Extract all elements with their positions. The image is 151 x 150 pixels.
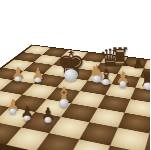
white-pawn-left-edge-chrome-base xyxy=(15,77,22,82)
captured-black-pawn-2-chrome-base xyxy=(45,117,52,123)
white-pawn-right-chrome-base xyxy=(120,81,127,87)
black-rook-edge-chrome-base xyxy=(144,83,151,90)
white-bishop-chrome-base xyxy=(60,99,69,107)
pieces-layer: ♟♟♚♝♞♛♜♝♟♟♜♟♟♟ xyxy=(0,0,150,150)
white-knight-chrome-base xyxy=(93,76,102,83)
captured-white-pawn-chrome-base xyxy=(10,109,17,114)
black-bishop-chrome-base xyxy=(102,79,110,85)
black-king-chrome-base xyxy=(64,69,78,81)
captured-black-pawn-1-chrome-base xyxy=(24,116,31,121)
white-pawn-left-chrome-base xyxy=(35,78,42,83)
chess-set-photo: ♟♟♚♝♞♛♜♝♟♟♜♟♟♟ xyxy=(0,0,150,150)
